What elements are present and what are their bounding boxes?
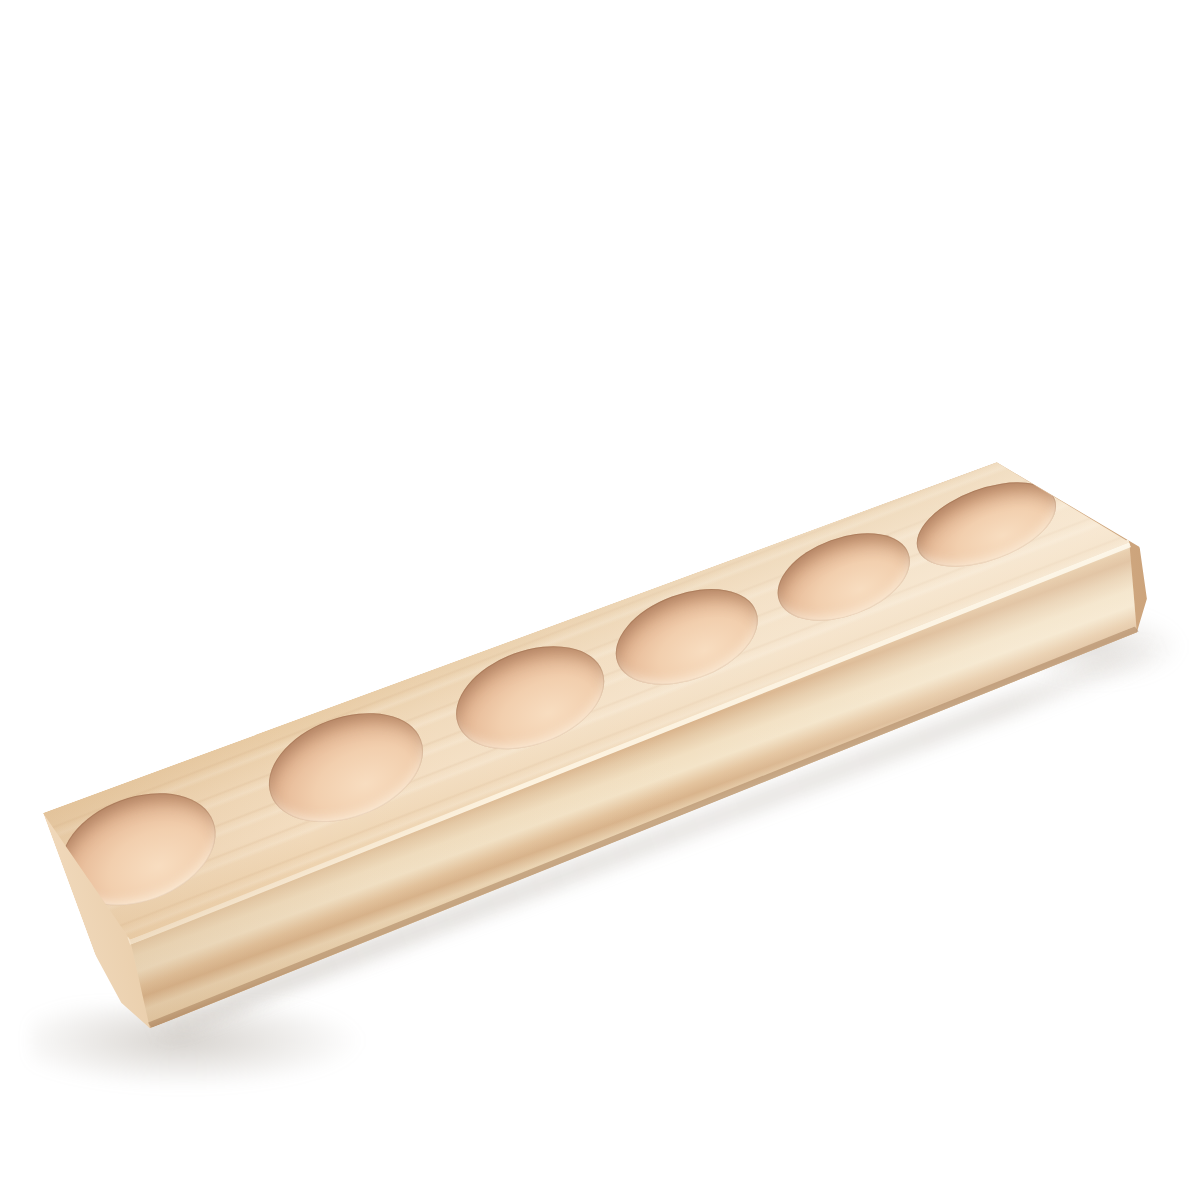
pit-4[interactable] [602,571,771,703]
pit-3[interactable] [441,627,618,768]
pit-5[interactable] [765,517,921,638]
pit-1[interactable] [46,773,232,926]
pit-6[interactable] [906,465,1068,583]
product-scene [0,0,1200,1200]
pit-2[interactable] [253,693,438,842]
mancala-board [43,422,1192,1049]
